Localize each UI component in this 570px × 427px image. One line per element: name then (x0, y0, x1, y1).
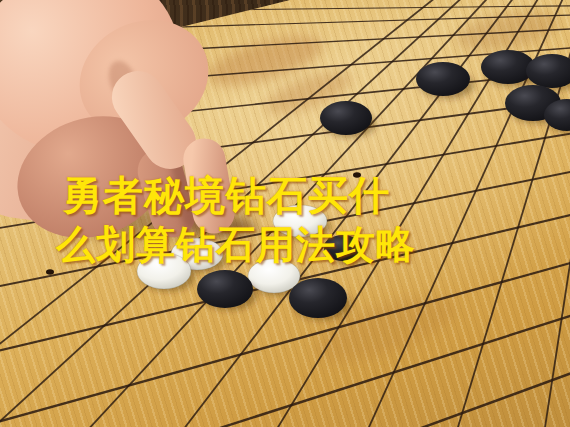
overlay-title-line-1: 勇者秘境钻石买什 (62, 175, 390, 215)
overlay-title-line-2: 么划算钻石用法攻略 (56, 225, 416, 264)
go-board-photo: 勇者秘境钻石买什 么划算钻石用法攻略 (0, 0, 570, 427)
